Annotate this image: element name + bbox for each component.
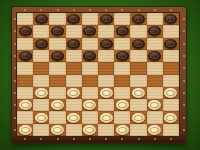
black-piece[interactable] — [51, 51, 64, 61]
coordinate-mark — [40, 9, 42, 11]
white-piece[interactable] — [67, 88, 80, 98]
square-dark[interactable] — [82, 50, 98, 62]
square-dark[interactable] — [163, 62, 179, 74]
coordinate-mark — [57, 9, 59, 11]
coordinate-mark — [14, 104, 16, 106]
coordinate-mark — [14, 117, 16, 119]
coordinate-mark — [121, 138, 123, 140]
white-piece[interactable] — [51, 125, 64, 135]
square-light — [33, 25, 49, 37]
square-dark[interactable] — [130, 87, 146, 99]
white-piece[interactable] — [100, 88, 113, 98]
square-light — [147, 87, 163, 99]
square-dark[interactable] — [130, 38, 146, 50]
square-dark[interactable] — [147, 25, 163, 37]
square-light — [130, 75, 146, 87]
coordinate-mark — [121, 9, 123, 11]
square-dark[interactable] — [49, 75, 65, 87]
square-light — [163, 124, 179, 136]
square-light — [82, 13, 98, 25]
white-piece[interactable] — [164, 113, 177, 123]
coordinate-mark — [183, 67, 185, 69]
square-light — [147, 62, 163, 74]
square-light — [17, 87, 33, 99]
coordinate-mark — [183, 30, 185, 32]
square-dark[interactable] — [33, 38, 49, 50]
table-background — [0, 0, 200, 150]
square-light — [66, 50, 82, 62]
square-dark[interactable] — [98, 111, 114, 123]
black-piece[interactable] — [51, 26, 64, 36]
coordinate-mark — [40, 138, 42, 140]
square-dark[interactable] — [49, 25, 65, 37]
square-light — [49, 111, 65, 123]
coordinate-mark — [154, 138, 156, 140]
square-light — [17, 111, 33, 123]
black-piece[interactable] — [132, 14, 145, 24]
coordinate-mark — [73, 9, 75, 11]
square-dark[interactable] — [114, 124, 130, 136]
square-light — [147, 38, 163, 50]
square-light — [147, 111, 163, 123]
black-piece[interactable] — [67, 14, 80, 24]
square-dark[interactable] — [49, 50, 65, 62]
square-dark[interactable] — [147, 50, 163, 62]
coordinate-mark — [183, 18, 185, 20]
square-light — [49, 62, 65, 74]
coordinate-mark — [14, 92, 16, 94]
coordinate-mark — [183, 129, 185, 131]
black-piece[interactable] — [164, 14, 177, 24]
square-dark[interactable] — [66, 87, 82, 99]
square-light — [82, 38, 98, 50]
square-dark[interactable] — [66, 38, 82, 50]
white-piece[interactable] — [164, 88, 177, 98]
coordinate-mark — [138, 138, 140, 140]
square-dark[interactable] — [114, 75, 130, 87]
square-light — [163, 50, 179, 62]
square-dark[interactable] — [66, 13, 82, 25]
coordinate-mark — [170, 138, 172, 140]
black-piece[interactable] — [67, 39, 80, 49]
square-dark[interactable] — [82, 75, 98, 87]
black-piece[interactable] — [83, 26, 96, 36]
coordinate-mark — [14, 18, 16, 20]
square-light — [114, 62, 130, 74]
square-dark[interactable] — [17, 124, 33, 136]
coordinate-mark — [14, 55, 16, 57]
square-light — [114, 111, 130, 123]
black-piece[interactable] — [116, 26, 129, 36]
white-piece[interactable] — [132, 113, 145, 123]
square-light — [49, 87, 65, 99]
white-piece[interactable] — [116, 125, 129, 135]
black-piece[interactable] — [19, 26, 32, 36]
black-piece[interactable] — [116, 51, 129, 61]
square-dark[interactable] — [163, 13, 179, 25]
coordinate-mark — [14, 43, 16, 45]
square-light — [98, 25, 114, 37]
square-dark[interactable] — [17, 99, 33, 111]
black-piece[interactable] — [83, 51, 96, 61]
coordinate-mark — [24, 9, 26, 11]
square-light — [66, 99, 82, 111]
square-light — [33, 50, 49, 62]
square-light — [163, 99, 179, 111]
coordinate-mark — [24, 138, 26, 140]
square-light — [66, 75, 82, 87]
square-light — [163, 75, 179, 87]
black-piece[interactable] — [35, 14, 48, 24]
square-dark[interactable] — [49, 124, 65, 136]
white-piece[interactable] — [19, 100, 32, 110]
coordinate-mark — [170, 9, 172, 11]
square-dark[interactable] — [98, 87, 114, 99]
black-piece[interactable] — [148, 26, 161, 36]
square-dark[interactable] — [82, 25, 98, 37]
square-light — [130, 99, 146, 111]
square-light — [114, 87, 130, 99]
square-light — [114, 13, 130, 25]
square-dark[interactable] — [66, 111, 82, 123]
square-dark[interactable] — [33, 62, 49, 74]
square-dark[interactable] — [98, 38, 114, 50]
square-light — [33, 75, 49, 87]
square-light — [163, 25, 179, 37]
square-dark[interactable] — [130, 13, 146, 25]
white-piece[interactable] — [51, 100, 64, 110]
coordinate-mark — [14, 80, 16, 82]
coordinate-mark — [183, 80, 185, 82]
square-dark[interactable] — [82, 124, 98, 136]
coordinate-mark — [105, 9, 107, 11]
square-light — [82, 87, 98, 99]
black-piece[interactable] — [19, 51, 32, 61]
black-piece[interactable] — [164, 39, 177, 49]
white-piece[interactable] — [148, 125, 161, 135]
coordinate-mark — [14, 67, 16, 69]
coordinate-mark — [183, 55, 185, 57]
coordinate-mark — [183, 43, 185, 45]
white-piece[interactable] — [67, 113, 80, 123]
square-dark[interactable] — [147, 75, 163, 87]
square-light — [98, 124, 114, 136]
square-light — [49, 13, 65, 25]
white-piece[interactable] — [35, 88, 48, 98]
coordinate-mark — [183, 92, 185, 94]
white-piece[interactable] — [132, 88, 145, 98]
square-dark[interactable] — [147, 99, 163, 111]
coordinate-mark — [14, 129, 16, 131]
board-grid — [17, 13, 179, 136]
square-light — [33, 99, 49, 111]
coordinate-mark — [183, 104, 185, 106]
black-piece[interactable] — [100, 14, 113, 24]
coordinate-mark — [89, 138, 91, 140]
coordinate-mark — [138, 9, 140, 11]
square-light — [66, 124, 82, 136]
coordinate-mark — [183, 117, 185, 119]
square-light — [98, 99, 114, 111]
square-dark[interactable] — [17, 25, 33, 37]
coordinate-mark — [154, 9, 156, 11]
square-light — [114, 38, 130, 50]
square-light — [17, 62, 33, 74]
square-dark[interactable] — [130, 62, 146, 74]
square-dark[interactable] — [98, 13, 114, 25]
square-dark[interactable] — [17, 75, 33, 87]
square-dark[interactable] — [163, 111, 179, 123]
square-dark[interactable] — [163, 38, 179, 50]
square-dark[interactable] — [82, 99, 98, 111]
square-light — [147, 13, 163, 25]
square-dark[interactable] — [114, 99, 130, 111]
square-dark[interactable] — [66, 62, 82, 74]
square-dark[interactable] — [130, 111, 146, 123]
coordinate-mark — [57, 138, 59, 140]
square-light — [49, 38, 65, 50]
square-light — [82, 111, 98, 123]
coordinate-mark — [73, 138, 75, 140]
white-piece[interactable] — [100, 113, 113, 123]
white-piece[interactable] — [116, 100, 129, 110]
coordinate-mark — [14, 30, 16, 32]
square-light — [98, 50, 114, 62]
white-piece[interactable] — [19, 125, 32, 135]
square-dark[interactable] — [147, 124, 163, 136]
square-dark[interactable] — [114, 25, 130, 37]
square-light — [17, 13, 33, 25]
square-light — [33, 124, 49, 136]
white-piece[interactable] — [148, 100, 161, 110]
white-piece[interactable] — [83, 125, 96, 135]
square-dark[interactable] — [33, 111, 49, 123]
square-light — [82, 62, 98, 74]
square-light — [17, 38, 33, 50]
square-dark[interactable] — [163, 87, 179, 99]
coordinate-mark — [105, 138, 107, 140]
black-piece[interactable] — [132, 39, 145, 49]
square-dark[interactable] — [33, 13, 49, 25]
square-dark[interactable] — [49, 99, 65, 111]
coordinate-mark — [89, 9, 91, 11]
square-light — [66, 25, 82, 37]
square-dark[interactable] — [33, 87, 49, 99]
square-dark[interactable] — [98, 62, 114, 74]
square-dark[interactable] — [114, 50, 130, 62]
white-piece[interactable] — [35, 113, 48, 123]
square-light — [98, 75, 114, 87]
black-piece[interactable] — [148, 51, 161, 61]
square-light — [130, 25, 146, 37]
black-piece[interactable] — [35, 39, 48, 49]
square-light — [130, 124, 146, 136]
white-piece[interactable] — [83, 100, 96, 110]
square-light — [130, 50, 146, 62]
square-dark[interactable] — [17, 50, 33, 62]
game-board — [12, 7, 186, 143]
black-piece[interactable] — [100, 39, 113, 49]
